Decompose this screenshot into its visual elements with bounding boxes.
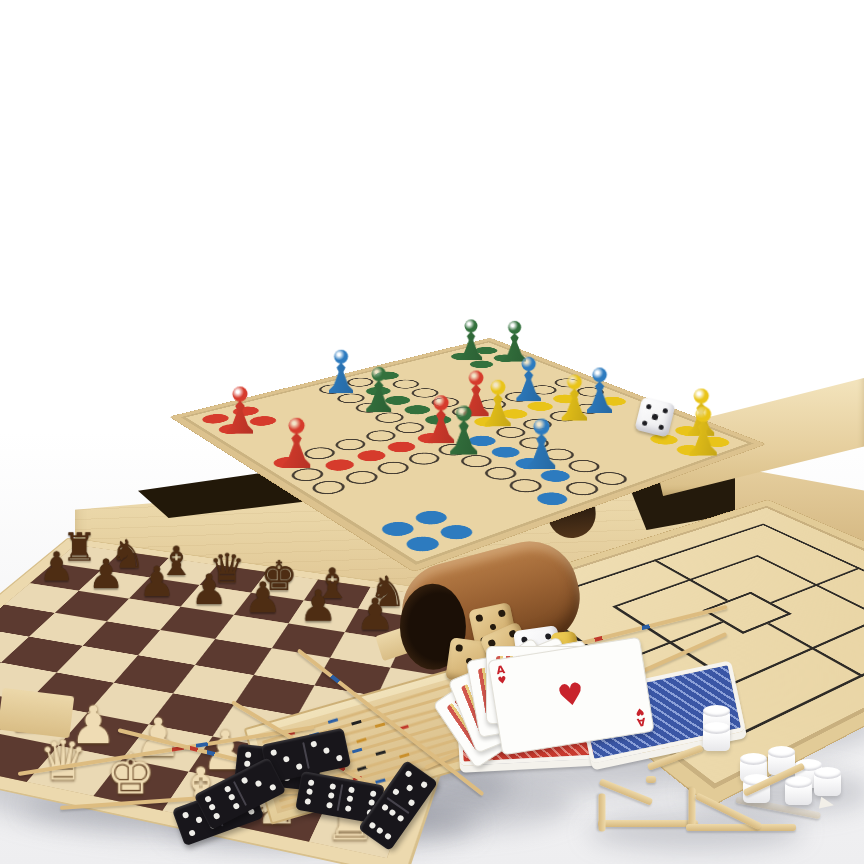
domino-pip — [344, 805, 351, 812]
ludo-pawn-body — [451, 420, 478, 455]
dark-chess-piece: ♟ — [298, 587, 337, 626]
die-pip — [456, 644, 463, 651]
dark-chess-piece: ♟ — [87, 556, 123, 593]
wood-stick — [598, 820, 698, 827]
ludo-pawn-head — [521, 357, 535, 371]
die-pip — [652, 414, 658, 420]
domino-pip — [181, 811, 189, 819]
white-peg — [785, 781, 812, 805]
domino-half — [299, 774, 341, 813]
dark-chess-piece: ♟ — [190, 571, 228, 609]
ludo-pawn-head — [696, 406, 712, 422]
domino-pip — [329, 783, 336, 790]
ludo-pawn-head — [456, 405, 472, 421]
domino-pip — [391, 788, 399, 796]
domino-pip — [227, 794, 235, 802]
ludo-pawn-blue — [516, 357, 541, 401]
dark-chess-piece: ♟ — [38, 549, 74, 585]
domino-pip — [368, 822, 376, 830]
domino-pip — [212, 812, 220, 820]
card-corner-index: A♥ — [495, 664, 507, 686]
ludo-pawn-blue — [329, 350, 353, 394]
ludo-pawn-body — [528, 434, 556, 469]
domino-pip — [404, 770, 412, 778]
ludo-pawn-body — [329, 363, 353, 394]
ludo-pawn-head — [508, 321, 521, 334]
domino-pip — [232, 802, 240, 810]
floor-shadow — [588, 812, 803, 850]
domino-pip — [335, 755, 342, 762]
domino-pip — [188, 830, 196, 838]
domino-pip — [306, 789, 313, 796]
ludo-pawn-blue — [528, 419, 556, 469]
ludo-pawn-head — [434, 395, 449, 410]
domino-pip — [348, 786, 355, 793]
wood-stick — [646, 776, 656, 783]
domino-pip — [295, 763, 302, 770]
domino-pip — [322, 748, 329, 755]
domino-pip — [327, 792, 334, 799]
domino-pip — [369, 790, 376, 797]
domino-pip — [406, 785, 414, 793]
ludo-pawn-head — [693, 388, 708, 403]
domino-pip — [282, 756, 289, 763]
white-peg — [814, 772, 841, 796]
wood-stick — [686, 824, 796, 831]
domino-pip — [204, 795, 212, 803]
domino-pip — [240, 777, 248, 785]
die-pip — [641, 420, 647, 426]
domino-pip — [346, 796, 353, 803]
wood-block — [0, 688, 74, 738]
die-pip — [476, 614, 484, 622]
die-pip — [646, 403, 652, 409]
ludo-pawn-body — [516, 370, 541, 401]
heart-suit-icon: ♥ — [555, 675, 587, 714]
domino-pip — [268, 784, 276, 792]
ludo-pawn-yellow — [561, 375, 587, 421]
domino-pip — [388, 809, 396, 817]
ludo-pawn-green — [366, 367, 391, 412]
ludo-pawn-head — [465, 319, 478, 332]
ludo-pawn-green — [460, 319, 483, 360]
die-pip — [662, 408, 668, 414]
ludo-pawn-body — [460, 331, 483, 360]
domino-pip — [270, 749, 277, 756]
ludo-pawn-head — [233, 387, 248, 402]
ludo-pawn-body — [227, 401, 253, 434]
domino-half — [305, 731, 348, 771]
ludo-pawn-body — [587, 381, 612, 413]
dark-chess-piece: ♟ — [355, 595, 394, 634]
card-corner-index: A♥ — [635, 706, 647, 728]
ludo-pawn-body — [485, 394, 511, 427]
ludo-pawn-yellow — [690, 406, 717, 455]
stick-white-tip — [819, 797, 835, 811]
ludo-pawn-head — [567, 375, 582, 390]
die-pip — [498, 610, 506, 618]
ludo-pawn-head — [490, 380, 505, 395]
domino-pip — [254, 780, 262, 788]
wood-stick — [599, 794, 606, 832]
ludo-pawn-head — [334, 350, 348, 364]
ludo-pawn-head — [592, 368, 607, 383]
domino-pip — [223, 785, 231, 793]
domino-pip — [396, 815, 404, 823]
domino-pip — [407, 799, 415, 807]
ludo-pawn-green — [503, 321, 526, 362]
ludo-pawn-head — [468, 371, 483, 386]
white-peg — [703, 727, 730, 751]
ludo-pawn-body — [690, 421, 717, 456]
scene: ♜♞♝♛♚♝♞♜♟♟♟♟♟♟♟♟♟♟♟♟♟♟♟♟♜♞♝♛♚♝♞♜ 16 MIKA… — [0, 0, 864, 864]
domino-pip — [376, 827, 384, 835]
dark-chess-piece: ♟ — [243, 579, 281, 617]
ludo-pawn-head — [533, 419, 549, 435]
ludo-cell — [664, 441, 717, 461]
domino-pip — [384, 833, 392, 841]
domino-pip — [380, 804, 388, 812]
ludo-pawn-red — [227, 387, 253, 434]
die-pip — [658, 424, 664, 430]
ludo-pawn-body — [561, 388, 587, 420]
domino-pip — [195, 817, 203, 825]
domino-pip — [244, 751, 251, 758]
domino-pip — [307, 779, 314, 786]
ludo-pawn-yellow — [485, 380, 511, 427]
heart-suit-icon: ♥ — [635, 706, 645, 717]
dark-chess-piece: ♟ — [138, 564, 175, 601]
domino-pip — [420, 781, 428, 789]
ludo-pawn-head — [372, 367, 386, 381]
domino-pip — [208, 804, 216, 812]
ludo-pawn-green — [451, 405, 478, 454]
domino-pip — [325, 802, 332, 809]
heart-suit-icon: ♥ — [497, 675, 507, 686]
ludo-pawn-body — [366, 380, 391, 412]
ludo-pawn-blue — [587, 368, 612, 413]
domino-pip — [304, 798, 311, 805]
domino-pip — [310, 741, 317, 748]
